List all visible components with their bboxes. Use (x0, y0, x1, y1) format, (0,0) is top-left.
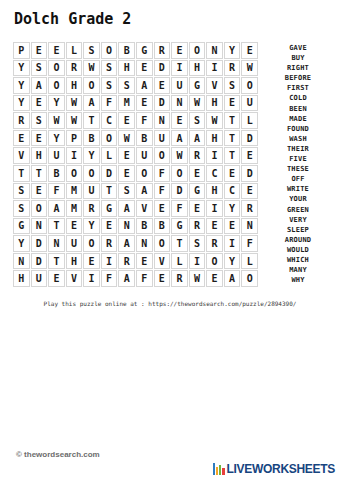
word-list-item: OFF (262, 174, 334, 184)
grid-cell[interactable]: R (189, 147, 206, 164)
grid-cell[interactable]: S (118, 77, 135, 94)
grid-cell[interactable]: S (31, 60, 48, 77)
grid-cell[interactable]: T (171, 235, 188, 252)
grid-cell[interactable]: E (136, 253, 153, 270)
grid-cell[interactable]: N (171, 95, 188, 112)
grid-cell[interactable]: B (136, 218, 153, 235)
liveworksheets-logo[interactable]: LIVEWORKSHEETS (213, 462, 335, 476)
word-list-item: THESE (262, 164, 334, 174)
grid-cell[interactable]: C (101, 112, 118, 129)
grid-cell[interactable]: V (136, 200, 153, 217)
grid-cell[interactable]: W (66, 95, 83, 112)
worksheet-page: Dolch Grade 2 PEELSOBGREONYEYSORWSHEDIHI… (0, 0, 340, 480)
word-list-item: RIGHT (262, 63, 334, 73)
grid-cell[interactable]: T (48, 218, 65, 235)
grid-cell[interactable]: T (224, 130, 241, 147)
grid-cell[interactable]: Y (83, 218, 100, 235)
liveworksheets-bars-icon (213, 463, 225, 475)
grid-cell[interactable]: G (189, 77, 206, 94)
grid-cell[interactable]: A (31, 77, 48, 94)
word-list-item: FIVE (262, 154, 334, 164)
grid-cell[interactable]: R (101, 235, 118, 252)
grid-cell[interactable]: L (241, 112, 258, 129)
grid-cell[interactable]: V (13, 147, 30, 164)
grid-cell[interactable]: U (48, 147, 65, 164)
grid-cell[interactable]: G (13, 218, 30, 235)
grid-cell[interactable]: N (31, 218, 48, 235)
grid-cell[interactable]: F (154, 183, 171, 200)
grid-cell[interactable]: E (31, 183, 48, 200)
grid-cell[interactable]: G (136, 42, 153, 59)
word-list-item: SLEEP (262, 225, 334, 235)
grid-cell[interactable]: A (48, 200, 65, 217)
grid-cell[interactable]: T (224, 147, 241, 164)
grid-cell[interactable]: W (48, 112, 65, 129)
grid-cell[interactable]: U (154, 130, 171, 147)
grid-cell[interactable]: D (241, 130, 258, 147)
grid-cell[interactable]: A (83, 95, 100, 112)
grid-cell[interactable]: F (171, 200, 188, 217)
grid-cell[interactable]: I (171, 60, 188, 77)
word-list-item: FOUND (262, 124, 334, 134)
grid-cell[interactable]: E (136, 95, 153, 112)
word-list-item: WASH (262, 134, 334, 144)
grid-cell[interactable]: B (48, 165, 65, 182)
grid-cell[interactable]: G (101, 200, 118, 217)
grid-cell[interactable]: N (118, 218, 135, 235)
grid-cell[interactable]: E (171, 112, 188, 129)
grid-cell[interactable]: L (171, 253, 188, 270)
grid-cell[interactable]: V (154, 253, 171, 270)
grid-cell[interactable]: A (118, 235, 135, 252)
grid-cell[interactable]: R (189, 218, 206, 235)
grid-cell[interactable]: N (136, 235, 153, 252)
grid-cell[interactable]: F (136, 112, 153, 129)
grid-cell[interactable]: E (118, 147, 135, 164)
grid-cell[interactable]: S (13, 183, 30, 200)
grid-cell[interactable]: N (48, 235, 65, 252)
grid-cell[interactable]: O (189, 42, 206, 59)
grid-cell[interactable]: D (241, 165, 258, 182)
word-list-item: BEFORE (262, 73, 334, 83)
grid-cell[interactable]: E (154, 200, 171, 217)
grid-cell[interactable]: W (206, 112, 223, 129)
grid-cell[interactable]: E (101, 218, 118, 235)
grid-cell[interactable]: E (189, 165, 206, 182)
grid-cell[interactable]: N (241, 218, 258, 235)
grid-cell[interactable]: P (13, 42, 30, 59)
grid-cell[interactable]: Y (13, 235, 30, 252)
word-list-item: THEIR (262, 144, 334, 154)
grid-cell[interactable]: S (101, 77, 118, 94)
grid-cell[interactable]: O (241, 270, 258, 287)
grid-cell[interactable]: I (206, 200, 223, 217)
grid-cell[interactable]: Y (48, 95, 65, 112)
word-list-item: YOUR (262, 194, 334, 204)
grid-cell[interactable]: L (101, 147, 118, 164)
grid-cell[interactable]: G (171, 218, 188, 235)
word-list-item: WHICH (262, 255, 334, 265)
grid-cell[interactable]: S (118, 183, 135, 200)
grid-cell[interactable]: A (171, 130, 188, 147)
grid-cell[interactable]: T (83, 112, 100, 129)
word-list-item: COLD (262, 93, 334, 103)
grid-cell[interactable]: O (66, 165, 83, 182)
grid-cell[interactable]: W (118, 130, 135, 147)
grid-cell[interactable]: E (224, 165, 241, 182)
grid-cell[interactable]: S (189, 112, 206, 129)
grid-cell[interactable]: D (101, 165, 118, 182)
grid-cell[interactable]: I (189, 253, 206, 270)
grid-cell[interactable]: W (83, 60, 100, 77)
grid-cell[interactable]: E (31, 42, 48, 59)
grid-cell[interactable]: O (48, 77, 65, 94)
grid-cell[interactable]: Y (13, 77, 30, 94)
grid-cell[interactable]: E (171, 42, 188, 59)
word-list-item: BEEN (262, 104, 334, 114)
grid-cell[interactable]: O (154, 235, 171, 252)
grid-cell[interactable]: R (83, 200, 100, 217)
grid-cell[interactable]: T (13, 165, 30, 182)
grid-cell[interactable]: O (101, 42, 118, 59)
word-list-item: GAVE (262, 43, 334, 53)
grid-cell[interactable]: E (83, 253, 100, 270)
grid-cell[interactable]: O (83, 165, 100, 182)
grid-cell[interactable]: E (48, 270, 65, 287)
grid-cell[interactable]: S (83, 42, 100, 59)
grid-cell[interactable]: L (66, 42, 83, 59)
grid-cell[interactable]: F (241, 235, 258, 252)
grid-cell[interactable]: B (154, 218, 171, 235)
grid-cell[interactable]: F (136, 270, 153, 287)
grid-cell[interactable]: C (224, 183, 241, 200)
grid-cell[interactable]: E (136, 60, 153, 77)
grid-cell[interactable]: A (118, 270, 135, 287)
grid-cell[interactable]: R (66, 60, 83, 77)
grid-cell[interactable]: U (136, 147, 153, 164)
grid-cell[interactable]: D (154, 95, 171, 112)
word-list-item: AROUND (262, 235, 334, 245)
grid-cell[interactable]: L (241, 253, 258, 270)
grid-cell[interactable]: O (171, 165, 188, 182)
grid-cell[interactable]: B (136, 130, 153, 147)
grid-cell[interactable]: Y (224, 42, 241, 59)
grid-cell[interactable]: D (31, 235, 48, 252)
word-list-item: GREEN (262, 205, 334, 215)
grid-cell[interactable]: W (189, 270, 206, 287)
grid-cell[interactable]: O (241, 77, 258, 94)
grid-cell[interactable]: U (83, 183, 100, 200)
grid-cell[interactable]: O (83, 235, 100, 252)
grid-cell[interactable]: D (31, 253, 48, 270)
logo-bar-icon (213, 463, 215, 475)
grid-cell[interactable]: E (48, 42, 65, 59)
grid-cell[interactable]: H (206, 183, 223, 200)
grid-cell[interactable]: O (48, 60, 65, 77)
grid-cell[interactable]: F (154, 165, 171, 182)
grid-cell[interactable]: H (66, 253, 83, 270)
grid-cell[interactable]: F (101, 95, 118, 112)
grid-cell[interactable]: E (31, 130, 48, 147)
grid-cell[interactable]: E (154, 270, 171, 287)
logo-bar-icon (216, 467, 218, 475)
grid-cell[interactable]: E (241, 147, 258, 164)
grid-cell[interactable]: R (206, 235, 223, 252)
logo-bar-icon (222, 468, 224, 475)
grid-cell[interactable]: O (206, 253, 223, 270)
liveworksheets-wordmark: LIVEWORKSHEETS (227, 462, 335, 476)
grid-cell[interactable]: W (189, 95, 206, 112)
grid-cell[interactable]: E (31, 95, 48, 112)
grid-cell[interactable]: A (136, 77, 153, 94)
grid-cell[interactable]: T (101, 183, 118, 200)
grid-cell[interactable]: P (66, 130, 83, 147)
grid-cell[interactable]: I (101, 253, 118, 270)
word-list-item: MADE (262, 114, 334, 124)
grid-cell[interactable]: R (241, 200, 258, 217)
grid-cell[interactable]: M (66, 200, 83, 217)
grid-cell[interactable]: S (13, 200, 30, 217)
grid-cell[interactable]: O (31, 200, 48, 217)
grid-cell[interactable]: M (66, 183, 83, 200)
grid-cell[interactable]: A (136, 183, 153, 200)
grid-cell[interactable]: E (66, 218, 83, 235)
grid-cell[interactable]: S (101, 60, 118, 77)
grid-cell[interactable]: W (241, 60, 258, 77)
word-list: GAVEBUYRIGHTBEFOREFIRSTCOLDBEENMADEFOUND… (262, 43, 334, 285)
grid-cell[interactable]: A (189, 130, 206, 147)
grid-cell[interactable]: U (171, 77, 188, 94)
grid-cell[interactable]: E (189, 200, 206, 217)
word-list-item: WRITE (262, 184, 334, 194)
grid-cell[interactable]: R (118, 253, 135, 270)
grid-cell[interactable]: N (206, 42, 223, 59)
grid-cell[interactable]: T (31, 165, 48, 182)
grid-cell[interactable]: E (241, 42, 258, 59)
online-link-note: Play this puzzle online at : https://the… (0, 300, 340, 307)
grid-cell[interactable]: I (66, 147, 83, 164)
grid-cell[interactable]: O (101, 130, 118, 147)
grid-cell[interactable]: H (206, 95, 223, 112)
grid-cell[interactable]: Y (224, 200, 241, 217)
grid-cell[interactable]: Y (224, 253, 241, 270)
grid-cell[interactable]: A (224, 270, 241, 287)
grid-cell[interactable]: O (154, 147, 171, 164)
puzzle-title: Dolch Grade 2 (14, 10, 131, 28)
grid-cell[interactable]: Y (13, 60, 30, 77)
grid-cell[interactable]: E (224, 218, 241, 235)
grid-cell[interactable]: E (13, 130, 30, 147)
grid-cell[interactable]: V (66, 270, 83, 287)
grid-cell[interactable]: N (154, 112, 171, 129)
grid-cell[interactable]: H (189, 60, 206, 77)
grid-cell[interactable]: E (118, 112, 135, 129)
grid-cell[interactable]: Y (13, 95, 30, 112)
copyright-text: © thewordsearch.com (16, 450, 100, 459)
grid-cell[interactable]: O (136, 165, 153, 182)
grid-cell[interactable]: Y (83, 147, 100, 164)
grid-cell[interactable]: F (48, 183, 65, 200)
grid-cell[interactable]: D (171, 183, 188, 200)
grid-cell[interactable]: T (224, 112, 241, 129)
grid-cell[interactable]: N (13, 253, 30, 270)
grid-cell[interactable]: H (118, 60, 135, 77)
grid-cell[interactable]: R (171, 270, 188, 287)
grid-cell[interactable]: E (206, 270, 223, 287)
grid-cell[interactable]: I (83, 270, 100, 287)
grid-cell[interactable]: I (206, 60, 223, 77)
grid-cell[interactable]: C (206, 165, 223, 182)
grid-cell[interactable]: R (224, 60, 241, 77)
grid-cell[interactable]: T (48, 253, 65, 270)
grid-cell[interactable]: F (101, 270, 118, 287)
grid-cell[interactable]: O (83, 77, 100, 94)
word-list-item: BUY (262, 53, 334, 63)
grid-cell[interactable]: V (206, 77, 223, 94)
word-list-item: VERY (262, 215, 334, 225)
online-link-label: Play this puzzle online at : (44, 300, 149, 307)
grid-cell[interactable]: D (154, 60, 171, 77)
grid-cell[interactable]: E (154, 77, 171, 94)
grid-cell[interactable]: H (13, 270, 30, 287)
grid-cell[interactable]: B (83, 130, 100, 147)
grid-cell[interactable]: W (171, 147, 188, 164)
grid-cell[interactable]: Y (48, 130, 65, 147)
grid-cell[interactable]: E (206, 218, 223, 235)
logo-bar-icon (219, 465, 221, 475)
grid-cell[interactable]: U (241, 95, 258, 112)
grid-cell[interactable]: U (31, 270, 48, 287)
grid-cell[interactable]: B (118, 42, 135, 59)
word-list-item: MANY (262, 265, 334, 275)
puzzle-url-link[interactable]: https://thewordsearch.com/puzzle/2894390… (148, 300, 296, 307)
grid-cell[interactable]: H (31, 147, 48, 164)
grid-cell[interactable]: E (241, 183, 258, 200)
grid-cell[interactable]: S (189, 235, 206, 252)
grid-cell[interactable]: H (66, 77, 83, 94)
grid-cell[interactable]: S (31, 112, 48, 129)
grid-cell[interactable]: M (118, 95, 135, 112)
word-search-grid: PEELSOBGREONYEYSORWSHEDIHIRWYAOHOSSAEUGV… (13, 42, 258, 287)
grid-cell[interactable]: W (66, 112, 83, 129)
grid-cell[interactable]: E (118, 165, 135, 182)
word-list-item: WHY (262, 275, 334, 285)
grid-cell[interactable]: H (206, 130, 223, 147)
word-list-item: FIRST (262, 83, 334, 93)
grid-cell[interactable]: I (224, 235, 241, 252)
grid-cell[interactable]: R (13, 112, 30, 129)
word-list-item: WOULD (262, 245, 334, 255)
grid-cell[interactable]: S (224, 77, 241, 94)
grid-cell[interactable]: R (154, 42, 171, 59)
grid-cell[interactable]: A (118, 200, 135, 217)
grid-cell[interactable]: E (224, 95, 241, 112)
grid-cell[interactable]: G (189, 183, 206, 200)
grid-cell[interactable]: U (66, 235, 83, 252)
grid-cell[interactable]: I (206, 147, 223, 164)
